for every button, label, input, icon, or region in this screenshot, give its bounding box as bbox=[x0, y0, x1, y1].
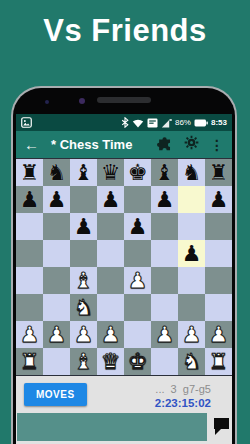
square-e8[interactable]: ♚ bbox=[124, 159, 151, 186]
no-signal-icon bbox=[161, 118, 172, 128]
piece-white-pawn: ♟ bbox=[209, 321, 229, 348]
square-b7[interactable]: ♟ bbox=[43, 186, 70, 213]
square-g7[interactable] bbox=[178, 186, 205, 213]
battery-percent: 86% bbox=[175, 119, 191, 127]
square-h5[interactable] bbox=[205, 240, 232, 267]
phone-top-bezel bbox=[13, 88, 235, 114]
game-timer: 2:23:15:02 bbox=[155, 396, 211, 410]
piece-black-pawn: ♟ bbox=[101, 186, 121, 213]
square-b8[interactable]: ♞ bbox=[43, 159, 70, 186]
square-g2[interactable]: ♟ bbox=[178, 321, 205, 348]
square-h1[interactable]: ♜ bbox=[205, 348, 232, 375]
piece-black-pawn: ♟ bbox=[182, 240, 202, 267]
piece-white-pawn: ♟ bbox=[47, 321, 67, 348]
piece-white-pawn: ♟ bbox=[182, 321, 202, 348]
bottom-panel: MOVES ... 3 g7-g5 2:23:15:02 bbox=[16, 376, 232, 444]
square-a8[interactable]: ♜ bbox=[16, 159, 43, 186]
square-b3[interactable] bbox=[43, 294, 70, 321]
piece-white-pawn: ♟ bbox=[155, 321, 175, 348]
piece-black-pawn: ♟ bbox=[74, 213, 94, 240]
wifi-icon bbox=[132, 118, 144, 128]
square-f8[interactable]: ♝ bbox=[151, 159, 178, 186]
square-e3[interactable] bbox=[124, 294, 151, 321]
square-a6[interactable] bbox=[16, 213, 43, 240]
square-h4[interactable] bbox=[205, 267, 232, 294]
square-c5[interactable] bbox=[70, 240, 97, 267]
back-arrow-icon[interactable]: ← bbox=[24, 137, 39, 152]
puzzle-icon[interactable] bbox=[157, 135, 173, 155]
piece-white-bishop: ♝ bbox=[74, 348, 94, 375]
square-a3[interactable] bbox=[16, 294, 43, 321]
sim-icon bbox=[147, 118, 158, 128]
square-a7[interactable]: ♟ bbox=[16, 186, 43, 213]
piece-white-pawn: ♟ bbox=[20, 321, 40, 348]
piece-black-king: ♚ bbox=[128, 159, 148, 186]
square-g3[interactable] bbox=[178, 294, 205, 321]
screenshot-icon bbox=[21, 117, 32, 128]
piece-black-knight: ♞ bbox=[47, 159, 67, 186]
square-b5[interactable] bbox=[43, 240, 70, 267]
piece-white-knight: ♞ bbox=[182, 348, 202, 375]
square-g6[interactable] bbox=[178, 213, 205, 240]
piece-white-pawn: ♟ bbox=[74, 321, 94, 348]
piece-black-knight: ♞ bbox=[182, 159, 202, 186]
gear-icon[interactable] bbox=[184, 135, 199, 154]
square-a4[interactable] bbox=[16, 267, 43, 294]
square-e2[interactable] bbox=[124, 321, 151, 348]
square-c7[interactable] bbox=[70, 186, 97, 213]
square-g5[interactable]: ♟ bbox=[178, 240, 205, 267]
square-e1[interactable]: ♚ bbox=[124, 348, 151, 375]
poster: Vs Friends bbox=[0, 0, 250, 444]
piece-white-pawn: ♟ bbox=[101, 321, 121, 348]
square-d8[interactable]: ♛ bbox=[97, 159, 124, 186]
square-d5[interactable] bbox=[97, 240, 124, 267]
square-c1[interactable]: ♝ bbox=[70, 348, 97, 375]
piece-white-king: ♚ bbox=[128, 348, 148, 375]
square-f4[interactable] bbox=[151, 267, 178, 294]
app-bar: ← * Chess Time ⋮ bbox=[16, 131, 232, 158]
piece-black-bishop: ♝ bbox=[74, 159, 94, 186]
square-d6[interactable] bbox=[97, 213, 124, 240]
bottom-banner[interactable] bbox=[17, 413, 207, 441]
piece-black-pawn: ♟ bbox=[155, 186, 175, 213]
piece-black-pawn: ♟ bbox=[20, 186, 40, 213]
square-c6[interactable]: ♟ bbox=[70, 213, 97, 240]
move-history: ... 3 g7-g5 bbox=[155, 383, 211, 396]
square-g4[interactable] bbox=[178, 267, 205, 294]
square-f2[interactable]: ♟ bbox=[151, 321, 178, 348]
square-h3[interactable] bbox=[205, 294, 232, 321]
square-b4[interactable] bbox=[43, 267, 70, 294]
piece-white-pawn: ♟ bbox=[128, 267, 148, 294]
bluetooth-icon bbox=[121, 117, 129, 128]
square-e7[interactable] bbox=[124, 186, 151, 213]
square-f7[interactable]: ♟ bbox=[151, 186, 178, 213]
square-d3[interactable] bbox=[97, 294, 124, 321]
square-e6[interactable]: ♟ bbox=[124, 213, 151, 240]
phone-screen: 86% 8:53 ← * Chess Time ⋮ bbox=[16, 114, 232, 444]
status-time: 8:53 bbox=[211, 119, 227, 127]
square-b2[interactable]: ♟ bbox=[43, 321, 70, 348]
square-h7[interactable]: ♟ bbox=[205, 186, 232, 213]
square-a1[interactable]: ♜ bbox=[16, 348, 43, 375]
square-h8[interactable]: ♜ bbox=[205, 159, 232, 186]
piece-white-queen: ♛ bbox=[101, 348, 121, 375]
overflow-menu-icon[interactable]: ⋮ bbox=[210, 138, 224, 152]
chess-board: ♜♞♝♛♚♝♞♜♟♟♟♟♟♟♟♟♝♟♞♟♟♟♟♟♟♟♜♝♛♚♞♜ bbox=[16, 158, 232, 376]
piece-black-queen: ♛ bbox=[101, 159, 121, 186]
square-d4[interactable] bbox=[97, 267, 124, 294]
square-a2[interactable]: ♟ bbox=[16, 321, 43, 348]
battery-icon bbox=[194, 118, 208, 128]
square-c4[interactable]: ♝ bbox=[70, 267, 97, 294]
square-f6[interactable] bbox=[151, 213, 178, 240]
app-title: * Chess Time bbox=[51, 137, 153, 152]
square-c3[interactable]: ♞ bbox=[70, 294, 97, 321]
piece-black-pawn: ♟ bbox=[209, 186, 229, 213]
square-h2[interactable]: ♟ bbox=[205, 321, 232, 348]
square-a5[interactable] bbox=[16, 240, 43, 267]
square-d7[interactable]: ♟ bbox=[97, 186, 124, 213]
square-d1[interactable]: ♛ bbox=[97, 348, 124, 375]
square-f5[interactable] bbox=[151, 240, 178, 267]
square-c8[interactable]: ♝ bbox=[70, 159, 97, 186]
piece-white-rook: ♜ bbox=[20, 348, 40, 375]
square-d2[interactable]: ♟ bbox=[97, 321, 124, 348]
piece-black-pawn: ♟ bbox=[47, 186, 67, 213]
square-g8[interactable]: ♞ bbox=[178, 159, 205, 186]
piece-black-bishop: ♝ bbox=[155, 159, 175, 186]
square-f3[interactable] bbox=[151, 294, 178, 321]
piece-white-rook: ♜ bbox=[209, 348, 229, 375]
square-f1[interactable] bbox=[151, 348, 178, 375]
piece-white-bishop: ♝ bbox=[74, 267, 94, 294]
piece-white-knight: ♞ bbox=[74, 294, 94, 321]
square-e4[interactable]: ♟ bbox=[124, 267, 151, 294]
moves-button[interactable]: MOVES bbox=[24, 383, 87, 406]
camera-dot-icon bbox=[45, 100, 49, 104]
square-c2[interactable]: ♟ bbox=[70, 321, 97, 348]
square-e5[interactable] bbox=[124, 240, 151, 267]
earpiece-speaker bbox=[97, 97, 151, 103]
chat-icon[interactable] bbox=[214, 418, 229, 429]
piece-black-rook: ♜ bbox=[209, 159, 229, 186]
piece-black-pawn: ♟ bbox=[128, 213, 148, 240]
status-bar: 86% 8:53 bbox=[16, 114, 232, 131]
piece-black-rook: ♜ bbox=[20, 159, 40, 186]
square-b1[interactable] bbox=[43, 348, 70, 375]
square-g1[interactable]: ♞ bbox=[178, 348, 205, 375]
square-h6[interactable] bbox=[205, 213, 232, 240]
front-camera-icon bbox=[79, 98, 85, 104]
poster-title: Vs Friends bbox=[0, 13, 250, 49]
phone-frame: 86% 8:53 ← * Chess Time ⋮ bbox=[11, 86, 237, 444]
square-b6[interactable] bbox=[43, 213, 70, 240]
